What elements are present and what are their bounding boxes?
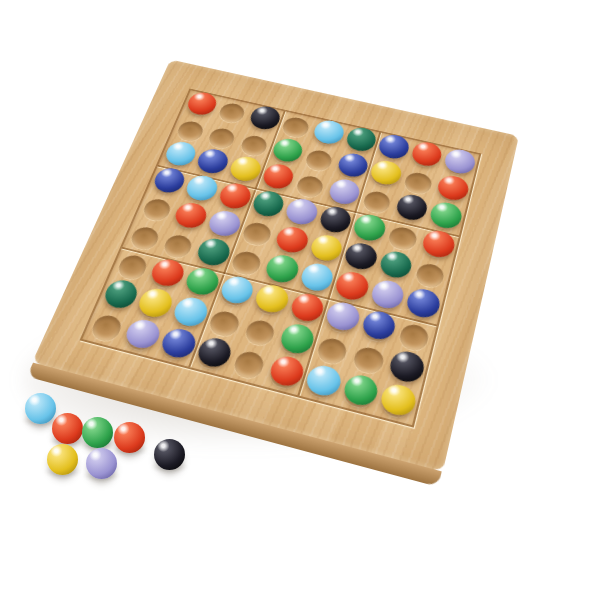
empty-divot: [403, 170, 433, 196]
ball-dark-blue[interactable]: [376, 133, 411, 161]
empty-divot: [238, 133, 269, 157]
empty-divot: [240, 221, 273, 248]
empty-divot: [387, 225, 419, 252]
empty-divot: [231, 349, 266, 380]
tray-ball-lavender[interactable]: [86, 448, 117, 479]
empty-divot: [128, 225, 162, 252]
tray-ball-black[interactable]: [154, 439, 185, 470]
empty-divot: [217, 101, 248, 124]
empty-divot: [280, 115, 310, 139]
empty-divot: [361, 189, 392, 215]
tray-ball-green[interactable]: [82, 417, 113, 448]
tray-ball-red[interactable]: [52, 413, 83, 444]
tray-ball-yellow[interactable]: [47, 444, 78, 475]
empty-divot: [140, 197, 173, 223]
empty-divot: [175, 119, 206, 143]
ball-red[interactable]: [409, 140, 444, 169]
empty-divot: [243, 318, 277, 348]
tray-ball-light-blue[interactable]: [25, 393, 56, 424]
empty-divot: [207, 309, 242, 339]
empty-divot: [88, 313, 124, 343]
product-photo: [0, 0, 600, 600]
ball-dark-green[interactable]: [344, 125, 379, 153]
empty-divot: [161, 233, 195, 260]
empty-divot: [230, 249, 263, 277]
tray-ball-red[interactable]: [114, 422, 145, 453]
ball-lavender[interactable]: [443, 147, 477, 176]
empty-divot: [398, 322, 431, 352]
board-grid: [79, 89, 481, 428]
empty-divot: [315, 336, 349, 367]
empty-divot: [352, 345, 386, 376]
empty-divot: [294, 174, 325, 200]
empty-divot: [414, 262, 446, 290]
ball-light-blue[interactable]: [311, 118, 346, 146]
empty-divot: [303, 148, 334, 173]
empty-divot: [115, 253, 149, 281]
empty-divot: [206, 126, 237, 150]
